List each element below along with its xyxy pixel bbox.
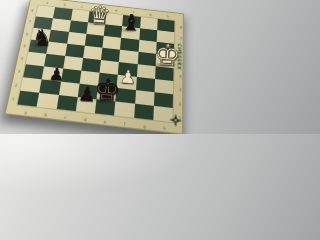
white-queen-d8[interactable]: ♛ xyxy=(86,2,113,29)
file-label-top: g xyxy=(148,11,154,16)
file-label-top: h xyxy=(165,13,171,18)
rank-label-right: 2 xyxy=(177,101,183,107)
file-label-bottom: e xyxy=(102,119,109,125)
rank-label-right: 8 xyxy=(178,25,184,30)
file-label-top: a xyxy=(44,0,50,5)
square-c1[interactable] xyxy=(56,95,77,111)
file-label-bottom: c xyxy=(62,114,69,120)
rank-label-left: 8 xyxy=(29,8,36,13)
rank-label-left: 6 xyxy=(24,31,31,36)
file-label-bottom: g xyxy=(141,123,148,129)
photo-scene: aa88bb77cc66dd55ee44ff33gg22hh11 CHESSEX… xyxy=(0,0,200,134)
rank-label-left: 2 xyxy=(13,82,20,88)
black-knight-a6[interactable]: ♞ xyxy=(30,26,53,49)
black-pawn-c3[interactable]: ♟ xyxy=(47,65,65,83)
white-king-h5[interactable]: ♚ xyxy=(152,40,183,71)
file-label-bottom: b xyxy=(42,112,49,118)
black-bishop-f8[interactable]: ♝ xyxy=(119,11,142,34)
square-g1[interactable] xyxy=(134,104,154,120)
file-label-top: b xyxy=(62,2,68,7)
file-label-top: e xyxy=(113,8,119,13)
rank-label-left: 1 xyxy=(9,96,16,102)
rank-label-left: 5 xyxy=(21,43,28,48)
rank-label-left: 4 xyxy=(18,56,25,62)
rank-label-right: 4 xyxy=(177,74,183,80)
file-label-bottom: a xyxy=(22,110,30,116)
file-label-bottom: f xyxy=(121,121,128,127)
black-king-e2[interactable]: ♚ xyxy=(91,74,123,106)
rank-label-left: 3 xyxy=(16,69,23,75)
rank-label-right: 3 xyxy=(177,87,183,93)
board-corner-logo-icon xyxy=(169,113,182,128)
file-label-bottom: d xyxy=(82,116,89,122)
square-b1[interactable] xyxy=(37,93,59,109)
file-label-top: c xyxy=(79,4,85,9)
file-label-bottom: h xyxy=(161,125,168,131)
